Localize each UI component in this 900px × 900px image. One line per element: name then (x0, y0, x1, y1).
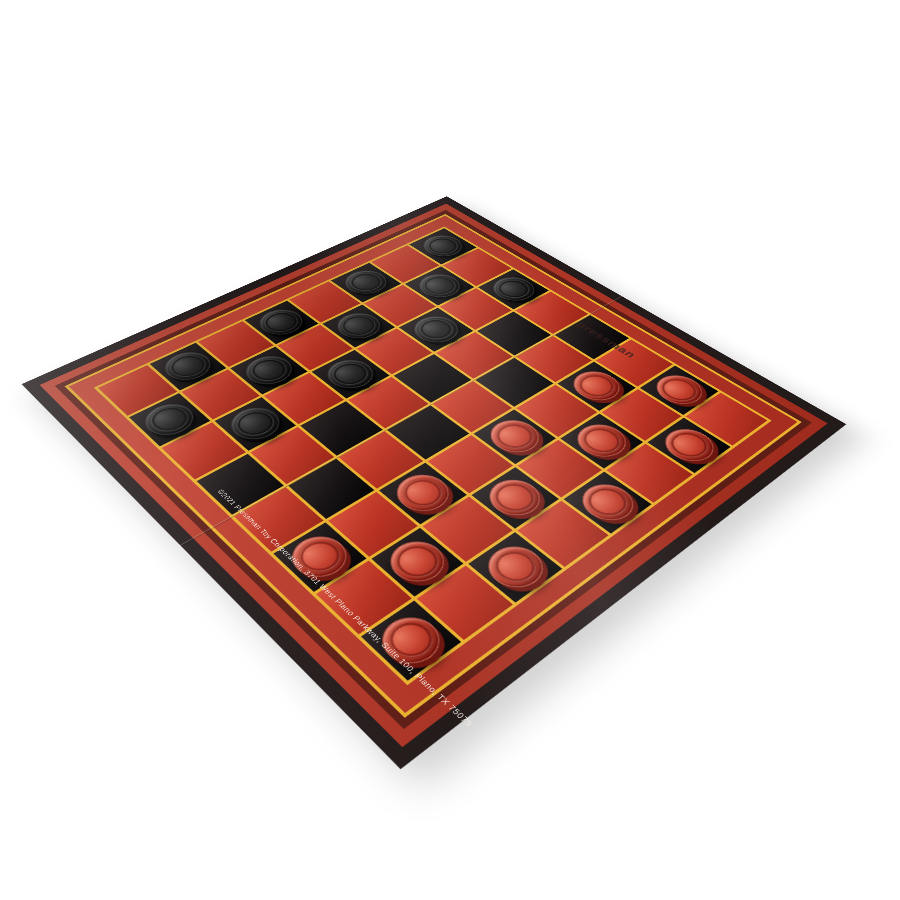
board-grid (98, 228, 767, 680)
photo-scene: pressman ©2021 Pressman Toy Corporation,… (0, 0, 900, 900)
play-area-frame (94, 226, 772, 685)
checkers-board: pressman ©2021 Pressman Toy Corporation,… (22, 196, 847, 769)
